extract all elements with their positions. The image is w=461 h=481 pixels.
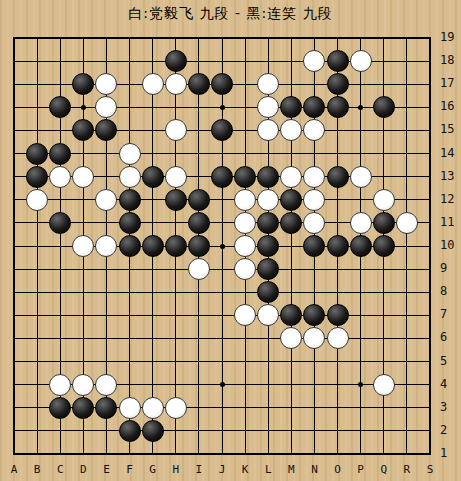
grid-line-horizontal [14, 338, 430, 339]
star-point [220, 105, 225, 110]
black-stone [327, 166, 349, 188]
row-label: 3 [440, 400, 460, 414]
grid-line-horizontal [14, 315, 430, 316]
row-label: 17 [440, 76, 460, 90]
star-point [220, 244, 225, 249]
white-stone [95, 374, 117, 396]
white-stone [119, 143, 141, 165]
white-stone [49, 166, 71, 188]
black-stone [373, 212, 395, 234]
white-stone [373, 374, 395, 396]
black-stone [142, 166, 164, 188]
black-stone [188, 73, 210, 95]
black-stone [26, 166, 48, 188]
white-stone [303, 166, 325, 188]
black-stone [119, 189, 141, 211]
row-label: 9 [440, 261, 460, 275]
row-label: 13 [440, 169, 460, 183]
black-stone [350, 235, 372, 257]
column-label: O [328, 463, 348, 476]
black-stone [119, 420, 141, 442]
column-label: S [420, 463, 440, 476]
black-stone [165, 189, 187, 211]
black-stone [26, 143, 48, 165]
white-stone [142, 397, 164, 419]
black-stone [142, 420, 164, 442]
row-label: 8 [440, 284, 460, 298]
row-label: 2 [440, 423, 460, 437]
white-stone [165, 166, 187, 188]
column-label: Q [374, 463, 394, 476]
row-label: 12 [440, 192, 460, 206]
white-stone [234, 189, 256, 211]
grid-line-horizontal [14, 430, 430, 431]
black-stone [211, 166, 233, 188]
white-stone [188, 258, 210, 280]
row-label: 10 [440, 238, 460, 252]
black-stone [257, 166, 279, 188]
white-stone [280, 166, 302, 188]
white-stone [26, 189, 48, 211]
black-stone [327, 304, 349, 326]
column-label: K [235, 463, 255, 476]
white-stone [257, 189, 279, 211]
star-point [220, 382, 225, 387]
column-label: B [27, 463, 47, 476]
star-point [81, 105, 86, 110]
column-label: L [258, 463, 278, 476]
white-stone [234, 212, 256, 234]
black-stone [119, 235, 141, 257]
column-label: P [351, 463, 371, 476]
white-stone [350, 212, 372, 234]
black-stone [327, 96, 349, 118]
white-stone [396, 212, 418, 234]
black-stone [327, 50, 349, 72]
white-stone [119, 166, 141, 188]
white-stone [350, 50, 372, 72]
white-stone [142, 73, 164, 95]
column-label: N [304, 463, 324, 476]
black-stone [234, 166, 256, 188]
black-stone [188, 189, 210, 211]
column-label: M [281, 463, 301, 476]
black-stone [49, 397, 71, 419]
white-stone [49, 374, 71, 396]
grid-line-vertical [406, 38, 407, 454]
black-stone [373, 235, 395, 257]
black-stone [280, 189, 302, 211]
grid-line-horizontal [14, 292, 430, 293]
black-stone [188, 212, 210, 234]
column-label: R [397, 463, 417, 476]
row-label: 1 [440, 446, 460, 460]
row-label: 6 [440, 330, 460, 344]
column-label: F [120, 463, 140, 476]
black-stone [257, 212, 279, 234]
go-diagram: 白:党毅飞 九段 - 黑:连笑 九段 ABCDEFGHIJKLMNOPQRS19… [0, 0, 461, 481]
column-label: G [143, 463, 163, 476]
white-stone [165, 397, 187, 419]
row-label: 18 [440, 53, 460, 67]
grid-line-horizontal [14, 269, 430, 270]
star-point [358, 105, 363, 110]
black-stone [142, 235, 164, 257]
black-stone [188, 235, 210, 257]
column-label: A [4, 463, 24, 476]
row-label: 7 [440, 307, 460, 321]
row-label: 19 [440, 30, 460, 44]
white-stone [373, 189, 395, 211]
black-stone [49, 143, 71, 165]
white-stone [72, 166, 94, 188]
grid-line-horizontal [14, 361, 430, 362]
black-stone [49, 212, 71, 234]
white-stone [327, 327, 349, 349]
row-label: 16 [440, 99, 460, 113]
row-label: 15 [440, 122, 460, 136]
black-stone [119, 212, 141, 234]
column-label: J [212, 463, 232, 476]
white-stone [72, 374, 94, 396]
row-label: 14 [440, 146, 460, 160]
white-stone [234, 235, 256, 257]
row-label: 4 [440, 377, 460, 391]
black-stone [165, 235, 187, 257]
black-stone [327, 73, 349, 95]
column-label: D [73, 463, 93, 476]
black-stone [72, 397, 94, 419]
column-label: H [166, 463, 186, 476]
white-stone [165, 73, 187, 95]
column-label: I [189, 463, 209, 476]
row-label: 5 [440, 354, 460, 368]
white-stone [350, 166, 372, 188]
column-label: C [50, 463, 70, 476]
white-stone [119, 397, 141, 419]
go-board: ABCDEFGHIJKLMNOPQRS191817161514131211109… [0, 0, 461, 481]
row-label: 11 [440, 215, 460, 229]
column-label: E [96, 463, 116, 476]
black-stone [373, 96, 395, 118]
black-stone [165, 50, 187, 72]
black-stone [327, 235, 349, 257]
